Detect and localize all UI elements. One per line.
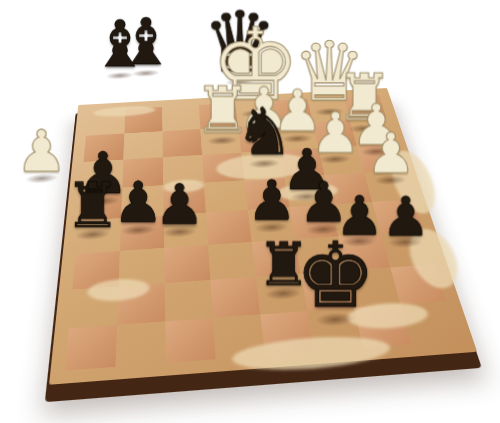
white-pawn-icon: ♟	[366, 125, 416, 181]
black-rook-icon: ♜	[64, 174, 120, 236]
black-pawn-icon: ♟	[154, 178, 204, 234]
white-pawn-icon: ♟	[16, 122, 68, 180]
pieces-layer: ♚♛♜♟♟♜♟♟♟♞♟♜♟♟♟♟♟♟♟♜♚♝♝♛♟	[65, 95, 459, 371]
board-perspective-wrapper: ♚♛♜♟♟♜♟♟♟♞♟♜♟♟♟♟♟♟♟♜♚♝♝♛♟	[68, 30, 428, 390]
black-pawn-icon: ♟	[247, 174, 297, 229]
black-king-icon: ♚	[295, 231, 376, 321]
chess-photo-scene: ♚♛♜♟♟♜♟♟♟♞♟♜♟♟♟♟♟♟♟♜♚♝♝♛♟	[0, 0, 500, 423]
black-pawn-icon: ♟	[381, 189, 430, 243]
black-bishop-icon: ♝	[91, 12, 149, 76]
chess-board: ♚♛♜♟♟♜♟♟♟♞♟♜♟♟♟♟♟♟♟♜♚♝♝♛♟	[49, 88, 477, 385]
